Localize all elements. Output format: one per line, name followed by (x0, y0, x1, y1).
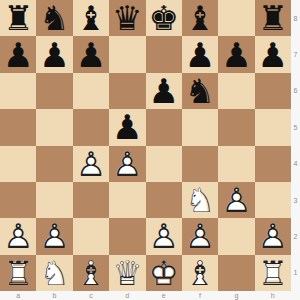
piece-black-pawn[interactable]: ♟ (0, 36, 36, 72)
piece-white-pawn-outline[interactable]: ♙ (218, 182, 254, 218)
square-b2[interactable]: ♟♙ (36, 218, 72, 254)
file-label-g: g (218, 291, 254, 300)
square-b4[interactable] (36, 146, 72, 182)
square-g2[interactable] (218, 218, 254, 254)
square-d6[interactable] (109, 73, 145, 109)
rank-label-7: 7 (291, 36, 300, 72)
piece-black-knight[interactable]: ♞ (36, 0, 72, 36)
square-g6[interactable] (218, 73, 254, 109)
square-h7[interactable]: ♟ (255, 36, 291, 72)
piece-white-bishop-outline[interactable]: ♗ (73, 255, 109, 291)
piece-white-rook-outline[interactable]: ♖ (255, 255, 291, 291)
square-h5[interactable] (255, 109, 291, 145)
square-a4[interactable] (0, 146, 36, 182)
square-g3[interactable]: ♟♙ (218, 182, 254, 218)
square-e5[interactable] (146, 109, 182, 145)
rank-label-6: 6 (291, 73, 300, 109)
square-a1[interactable]: ♜♖ (0, 255, 36, 291)
square-b6[interactable] (36, 73, 72, 109)
square-h8[interactable]: ♜ (255, 0, 291, 36)
square-h3[interactable] (255, 182, 291, 218)
rank-label-4: 4 (291, 146, 300, 182)
square-c6[interactable] (73, 73, 109, 109)
square-d8[interactable]: ♛ (109, 0, 145, 36)
square-a2[interactable]: ♟♙ (0, 218, 36, 254)
square-f4[interactable] (182, 146, 218, 182)
square-a3[interactable] (0, 182, 36, 218)
file-label-e: e (146, 291, 182, 300)
piece-black-rook[interactable]: ♜ (255, 0, 291, 36)
piece-white-pawn-outline[interactable]: ♙ (0, 218, 36, 254)
square-e8[interactable]: ♚ (146, 0, 182, 36)
square-e2[interactable]: ♟♙ (146, 218, 182, 254)
square-h1[interactable]: ♜♖ (255, 255, 291, 291)
square-e6[interactable]: ♟ (146, 73, 182, 109)
square-f8[interactable]: ♝ (182, 0, 218, 36)
square-a6[interactable] (0, 73, 36, 109)
square-d7[interactable] (109, 36, 145, 72)
square-d1[interactable]: ♛♕ (109, 255, 145, 291)
piece-white-pawn-outline[interactable]: ♙ (73, 146, 109, 182)
piece-white-pawn-outline[interactable]: ♙ (109, 146, 145, 182)
file-coordinates: abcdefgh (0, 291, 291, 300)
square-b3[interactable] (36, 182, 72, 218)
square-b8[interactable]: ♞ (36, 0, 72, 36)
square-c2[interactable] (73, 218, 109, 254)
square-d5[interactable]: ♟ (109, 109, 145, 145)
piece-white-bishop-outline[interactable]: ♗ (182, 255, 218, 291)
piece-black-pawn[interactable]: ♟ (109, 109, 145, 145)
square-d4[interactable]: ♟♙ (109, 146, 145, 182)
piece-black-pawn[interactable]: ♟ (36, 36, 72, 72)
square-a5[interactable] (0, 109, 36, 145)
piece-black-rook[interactable]: ♜ (0, 0, 36, 36)
piece-black-pawn[interactable]: ♟ (146, 73, 182, 109)
piece-black-king[interactable]: ♚ (146, 0, 182, 36)
square-d2[interactable] (109, 218, 145, 254)
square-c4[interactable]: ♟♙ (73, 146, 109, 182)
rank-label-5: 5 (291, 109, 300, 145)
file-label-d: d (109, 291, 145, 300)
square-b7[interactable]: ♟ (36, 36, 72, 72)
rank-label-3: 3 (291, 182, 300, 218)
square-d3[interactable] (109, 182, 145, 218)
rank-label-1: 1 (291, 255, 300, 291)
square-h4[interactable] (255, 146, 291, 182)
piece-black-bishop[interactable]: ♝ (73, 0, 109, 36)
piece-black-pawn[interactable]: ♟ (255, 36, 291, 72)
piece-white-knight-outline[interactable]: ♘ (36, 255, 72, 291)
square-a8[interactable]: ♜ (0, 0, 36, 36)
file-label-f: f (182, 291, 218, 300)
square-g8[interactable] (218, 0, 254, 36)
square-e1[interactable]: ♚♔ (146, 255, 182, 291)
square-h2[interactable]: ♟♙ (255, 218, 291, 254)
square-f6[interactable]: ♞ (182, 73, 218, 109)
piece-black-queen[interactable]: ♛ (109, 0, 145, 36)
file-label-a: a (0, 291, 36, 300)
square-c5[interactable] (73, 109, 109, 145)
piece-white-knight-outline[interactable]: ♘ (182, 182, 218, 218)
square-b5[interactable] (36, 109, 72, 145)
piece-white-pawn-outline[interactable]: ♙ (182, 218, 218, 254)
file-label-c: c (73, 291, 109, 300)
piece-black-bishop[interactable]: ♝ (182, 0, 218, 36)
piece-white-rook-outline[interactable]: ♖ (0, 255, 36, 291)
square-c7[interactable]: ♟ (73, 36, 109, 72)
piece-black-pawn[interactable]: ♟ (218, 36, 254, 72)
piece-white-king-outline[interactable]: ♔ (146, 255, 182, 291)
file-label-h: h (255, 291, 291, 300)
file-label-b: b (36, 291, 72, 300)
square-g4[interactable] (218, 146, 254, 182)
rank-coordinates: 87654321 (291, 0, 300, 291)
square-e4[interactable] (146, 146, 182, 182)
square-f3[interactable]: ♞♘ (182, 182, 218, 218)
square-g5[interactable] (218, 109, 254, 145)
square-a7[interactable]: ♟ (0, 36, 36, 72)
gutter-corner (291, 291, 300, 300)
piece-black-knight[interactable]: ♞ (182, 73, 218, 109)
square-e7[interactable] (146, 36, 182, 72)
rank-label-8: 8 (291, 0, 300, 36)
square-b1[interactable]: ♞♘ (36, 255, 72, 291)
square-g1[interactable] (218, 255, 254, 291)
square-f1[interactable]: ♝♗ (182, 255, 218, 291)
piece-white-pawn-outline[interactable]: ♙ (255, 218, 291, 254)
piece-black-pawn[interactable]: ♟ (182, 36, 218, 72)
square-c8[interactable]: ♝ (73, 0, 109, 36)
piece-white-pawn-outline[interactable]: ♙ (36, 218, 72, 254)
square-f2[interactable]: ♟♙ (182, 218, 218, 254)
square-c1[interactable]: ♝♗ (73, 255, 109, 291)
square-e3[interactable] (146, 182, 182, 218)
square-c3[interactable] (73, 182, 109, 218)
square-h6[interactable] (255, 73, 291, 109)
square-f5[interactable] (182, 109, 218, 145)
square-g7[interactable]: ♟ (218, 36, 254, 72)
chess-board: ♜♞♝♛♚♝♜♟♟♟♟♟♟♟♞♟♟♙♟♙♞♘♟♙♟♙♟♙♟♙♟♙♟♙♜♖♞♘♝♗… (0, 0, 291, 291)
piece-white-queen-outline[interactable]: ♕ (109, 255, 145, 291)
rank-label-2: 2 (291, 218, 300, 254)
square-f7[interactable]: ♟ (182, 36, 218, 72)
chess-app: ♜♞♝♛♚♝♜♟♟♟♟♟♟♟♞♟♟♙♟♙♞♘♟♙♟♙♟♙♟♙♟♙♟♙♜♖♞♘♝♗… (0, 0, 300, 300)
piece-white-pawn-outline[interactable]: ♙ (146, 218, 182, 254)
piece-black-pawn[interactable]: ♟ (73, 36, 109, 72)
